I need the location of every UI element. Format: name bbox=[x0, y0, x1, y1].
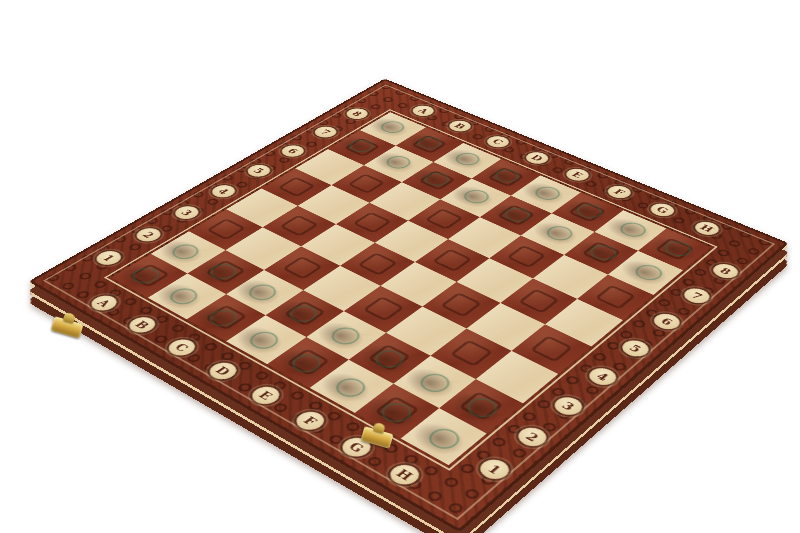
black-pawn-glyph: ♟ bbox=[578, 196, 719, 275]
pieces-layer: ♜♞♝♛♚♝♞♜♟♟♟♟♟♟♟♟♟♟♟♟♟♟♟♟♜♞♝♛♚♝♞♜ bbox=[0, 0, 800, 533]
chess-set-photo: AABBCCDDEEFFGGHH1122334455667788 ♜♞♝♛♚♝♞… bbox=[0, 0, 800, 533]
white-rook-glyph: ♜ bbox=[363, 341, 525, 442]
pieces-plane: ♜♞♝♛♚♝♞♜♟♟♟♟♟♟♟♟♟♟♟♟♟♟♟♟♜♞♝♛♚♝♞♜ bbox=[28, 79, 788, 533]
